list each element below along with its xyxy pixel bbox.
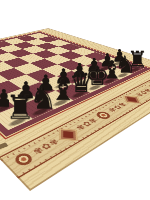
chess-board: ♟♟♟♟♟♟♟♟♜♞♝♛♚♝♞♜ ✾✿✾✾✿✾✾✿✾✾✿✾✾✿✾: [0, 28, 150, 191]
maker-stamp: [0, 142, 9, 150]
photo-scene: ♟♟♟♟♟♟♟♟♜♞♝♛♚♝♞♜ ✾✿✾✾✿✾✾✿✾✾✿✾✾✿✾: [0, 0, 150, 200]
black-rook: ♜: [5, 91, 35, 124]
square: ♜: [0, 107, 33, 130]
ornament-scroll-icon: ✾✿✾: [73, 116, 100, 131]
ornament-diamond-icon: [59, 128, 77, 140]
ornament-rosette-icon: [12, 151, 35, 168]
ornament-scroll-icon: ✾✿✾: [106, 101, 130, 114]
ornament-scroll-icon: ✾✿✾: [30, 137, 62, 157]
ornament-diamond-icon: [123, 96, 141, 104]
